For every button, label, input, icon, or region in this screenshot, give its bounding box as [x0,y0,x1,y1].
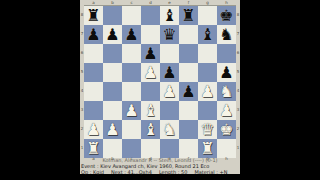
white-pawn: ♟ [103,120,122,139]
board: ♜♝♜♚♟♟♟♛♝♞♟♟♟♟♟♟♟♞♟♝♟♟♟♝♞♛♚♜♜ [84,5,236,158]
square-f8[interactable]: ♜ [179,6,198,25]
white-bishop: ♝ [141,101,160,120]
square-a6[interactable] [84,44,103,63]
square-c4[interactable] [122,82,141,101]
square-a7[interactable]: ♟ [84,25,103,44]
square-g2[interactable]: ♛ [198,120,217,139]
square-g7[interactable]: ♝ [198,25,217,44]
white-bishop: ♝ [141,120,160,139]
black-rook: ♜ [84,6,103,25]
square-e7[interactable]: ♛ [160,25,179,44]
square-g4[interactable]: ♟ [198,82,217,101]
square-c3[interactable]: ♟ [122,101,141,120]
square-f2[interactable] [179,120,198,139]
square-d7[interactable] [141,25,160,44]
square-a4[interactable] [84,82,103,101]
square-c8[interactable] [122,6,141,25]
black-rook: ♜ [179,6,198,25]
screenshot-frame: abcdefgh 87654321 87654321 ♜♝♜♚♟♟♟♛♝♞♟♟♟… [0,0,320,180]
board-panel: abcdefgh 87654321 87654321 ♜♝♜♚♟♟♟♛♝♞♟♟♟… [80,0,240,174]
square-b2[interactable]: ♟ [103,120,122,139]
event-line: Event : Kiev Avangard ch, Kiev 1960, Rou… [80,164,240,169]
square-g3[interactable] [198,101,217,120]
white-pawn: ♟ [217,101,236,120]
square-g8[interactable] [198,6,217,25]
square-d3[interactable]: ♝ [141,101,160,120]
white-king: ♚ [217,120,236,139]
square-b8[interactable] [103,6,122,25]
square-b3[interactable] [103,101,122,120]
rank-label-right-4: 4 [236,81,240,100]
square-h6[interactable] [217,44,236,63]
black-pawn: ♟ [141,44,160,63]
white-pawn: ♟ [198,82,217,101]
square-c6[interactable] [122,44,141,63]
white-pawn: ♟ [160,82,179,101]
white-pawn: ♟ [122,101,141,120]
square-c5[interactable] [122,63,141,82]
rank-label-right-1: 1 [236,138,240,157]
black-queen: ♛ [160,25,179,44]
square-d4[interactable] [141,82,160,101]
square-d6[interactable]: ♟ [141,44,160,63]
square-e4[interactable]: ♟ [160,82,179,101]
square-e8[interactable]: ♝ [160,6,179,25]
rank-labels-right: 87654321 [236,5,240,157]
black-pawn: ♟ [179,82,198,101]
square-e2[interactable]: ♞ [160,120,179,139]
square-b5[interactable] [103,63,122,82]
black-bishop: ♝ [198,25,217,44]
black-bishop: ♝ [160,6,179,25]
square-g6[interactable] [198,44,217,63]
square-h4[interactable]: ♞ [217,82,236,101]
square-h5[interactable]: ♟ [217,63,236,82]
caption: Kofman, Alexandr R -- Stein, Leonid (---… [80,158,240,175]
square-b4[interactable] [103,82,122,101]
white-pawn: ♟ [84,120,103,139]
letterbox-left [0,0,80,180]
white-knight: ♞ [160,120,179,139]
square-d5[interactable]: ♟ [141,63,160,82]
square-h7[interactable]: ♞ [217,25,236,44]
next-move-info: Next : 41...Qxh4 [111,170,152,175]
white-pawn: ♟ [141,63,160,82]
material-info: Material : +N [194,170,227,175]
square-b7[interactable]: ♟ [103,25,122,44]
black-pawn: ♟ [103,25,122,44]
square-g5[interactable] [198,63,217,82]
rank-label-right-8: 8 [236,5,240,24]
square-h3[interactable]: ♟ [217,101,236,120]
square-a2[interactable]: ♟ [84,120,103,139]
opening-info: Op : Kgid [81,170,104,175]
square-f7[interactable] [179,25,198,44]
rank-label-right-3: 3 [236,100,240,119]
square-b6[interactable] [103,44,122,63]
length-info: Length : 50 [159,170,187,175]
square-h2[interactable]: ♚ [217,120,236,139]
square-c2[interactable] [122,120,141,139]
rank-label-right-6: 6 [236,43,240,62]
black-pawn: ♟ [84,25,103,44]
square-a3[interactable] [84,101,103,120]
black-king: ♚ [217,6,236,25]
square-d2[interactable]: ♝ [141,120,160,139]
letterbox-right [240,0,320,180]
rank-label-right-2: 2 [236,119,240,138]
white-knight: ♞ [217,82,236,101]
square-e5[interactable]: ♟ [160,63,179,82]
square-f6[interactable] [179,44,198,63]
black-pawn: ♟ [122,25,141,44]
square-f3[interactable] [179,101,198,120]
black-knight: ♞ [217,25,236,44]
square-f5[interactable] [179,63,198,82]
square-c7[interactable]: ♟ [122,25,141,44]
rank-label-right-7: 7 [236,24,240,43]
white-queen: ♛ [198,120,217,139]
square-d8[interactable] [141,6,160,25]
info-line: Op : Kgid Next : 41...Qxh4 Length : 50 M… [80,170,240,175]
square-f4[interactable]: ♟ [179,82,198,101]
square-a8[interactable]: ♜ [84,6,103,25]
square-a5[interactable] [84,63,103,82]
square-e3[interactable] [160,101,179,120]
square-h8[interactable]: ♚ [217,6,236,25]
rank-label-right-5: 5 [236,62,240,81]
black-pawn: ♟ [160,63,179,82]
black-pawn: ♟ [217,63,236,82]
square-e6[interactable] [160,44,179,63]
players-result-line: Kofman, Alexandr R -- Stein, Leonid (---… [80,158,240,163]
